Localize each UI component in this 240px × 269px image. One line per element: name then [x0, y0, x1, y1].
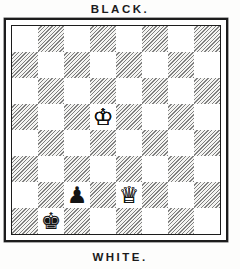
square-b8[interactable]	[38, 26, 64, 52]
square-a6[interactable]	[12, 78, 38, 104]
black-king[interactable]: ♚	[41, 208, 62, 234]
square-c8[interactable]	[64, 26, 90, 52]
square-f3[interactable]	[142, 156, 168, 182]
square-g3[interactable]	[168, 156, 194, 182]
square-g8[interactable]	[168, 26, 194, 52]
square-b4[interactable]	[38, 130, 64, 156]
square-h3[interactable]	[194, 156, 220, 182]
square-c3[interactable]	[64, 156, 90, 182]
square-c2[interactable]: ♟	[64, 182, 90, 208]
square-h5[interactable]	[194, 104, 220, 130]
square-d2[interactable]	[90, 182, 116, 208]
square-d6[interactable]	[90, 78, 116, 104]
square-d5[interactable]: ♔	[90, 104, 116, 130]
square-c5[interactable]	[64, 104, 90, 130]
square-b7[interactable]	[38, 52, 64, 78]
square-f4[interactable]	[142, 130, 168, 156]
black-side-label: BLACK.	[0, 3, 240, 15]
square-e2[interactable]: ♕	[116, 182, 142, 208]
square-d1[interactable]	[90, 208, 116, 234]
square-f7[interactable]	[142, 52, 168, 78]
square-h2[interactable]	[194, 182, 220, 208]
board-inner-border: ♔♟♕♚	[11, 25, 221, 235]
square-b6[interactable]	[38, 78, 64, 104]
square-e7[interactable]	[116, 52, 142, 78]
square-a5[interactable]	[12, 104, 38, 130]
white-side-label: WHITE.	[0, 251, 240, 263]
square-a7[interactable]	[12, 52, 38, 78]
square-f6[interactable]	[142, 78, 168, 104]
square-e4[interactable]	[116, 130, 142, 156]
square-c4[interactable]	[64, 130, 90, 156]
square-d4[interactable]	[90, 130, 116, 156]
square-c6[interactable]	[64, 78, 90, 104]
white-queen[interactable]: ♕	[119, 182, 140, 208]
square-a1[interactable]	[12, 208, 38, 234]
square-a3[interactable]	[12, 156, 38, 182]
white-king[interactable]: ♔	[93, 104, 114, 130]
square-h6[interactable]	[194, 78, 220, 104]
square-b1[interactable]: ♚	[38, 208, 64, 234]
square-g7[interactable]	[168, 52, 194, 78]
square-h1[interactable]	[194, 208, 220, 234]
board-frame: ♔♟♕♚	[4, 18, 228, 242]
square-b5[interactable]	[38, 104, 64, 130]
square-f8[interactable]	[142, 26, 168, 52]
square-c1[interactable]	[64, 208, 90, 234]
square-d3[interactable]	[90, 156, 116, 182]
square-g1[interactable]	[168, 208, 194, 234]
square-g4[interactable]	[168, 130, 194, 156]
chess-board: ♔♟♕♚	[12, 26, 220, 234]
square-f5[interactable]	[142, 104, 168, 130]
square-d7[interactable]	[90, 52, 116, 78]
square-h7[interactable]	[194, 52, 220, 78]
square-a8[interactable]	[12, 26, 38, 52]
square-h4[interactable]	[194, 130, 220, 156]
square-e5[interactable]	[116, 104, 142, 130]
square-e1[interactable]	[116, 208, 142, 234]
square-b2[interactable]	[38, 182, 64, 208]
square-g6[interactable]	[168, 78, 194, 104]
square-g5[interactable]	[168, 104, 194, 130]
square-f1[interactable]	[142, 208, 168, 234]
square-c7[interactable]	[64, 52, 90, 78]
square-e8[interactable]	[116, 26, 142, 52]
square-e3[interactable]	[116, 156, 142, 182]
square-f2[interactable]	[142, 182, 168, 208]
square-e6[interactable]	[116, 78, 142, 104]
square-a4[interactable]	[12, 130, 38, 156]
square-a2[interactable]	[12, 182, 38, 208]
square-d8[interactable]	[90, 26, 116, 52]
square-h8[interactable]	[194, 26, 220, 52]
chess-diagram-page: BLACK. ♔♟♕♚ WHITE.	[0, 0, 240, 269]
square-b3[interactable]	[38, 156, 64, 182]
square-g2[interactable]	[168, 182, 194, 208]
black-pawn[interactable]: ♟	[67, 182, 88, 208]
